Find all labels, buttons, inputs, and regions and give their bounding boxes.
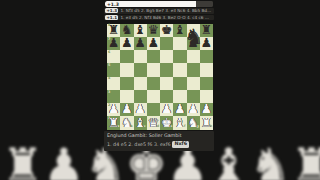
- square-c7[interactable]: ♟: [134, 37, 147, 50]
- engine-line-eval: +1.1: [105, 15, 118, 20]
- played-moves[interactable]: 1. d4 e5 2. dxe5 f6 3. exf6: [107, 142, 170, 147]
- square-b5[interactable]: [120, 63, 133, 76]
- rank-label: 6: [108, 51, 110, 54]
- square-b4[interactable]: [120, 77, 133, 90]
- square-d7[interactable]: ♟: [147, 37, 160, 50]
- white-pawn-piece[interactable]: ♟: [161, 103, 172, 116]
- square-a7[interactable]: 7♟: [107, 37, 120, 50]
- square-c4[interactable]: [134, 77, 147, 90]
- square-f6[interactable]: [173, 50, 186, 63]
- white-bishop-piece[interactable]: ♝: [174, 117, 185, 130]
- white-pawn-piece[interactable]: ♟: [201, 103, 212, 116]
- eval-bar-black-portion: [196, 1, 213, 7]
- engine-line-moves: 1. Nf3 d5 2. Bg5 Be7 3. e3 Nc6 4. Bb5 Bd…: [120, 8, 213, 13]
- engine-line-eval: +1.3: [105, 8, 118, 13]
- engine-line-2[interactable]: +1.11. e3 d5 2. Nf3 Bd6 3. Be2 O-O 4. c4…: [104, 15, 214, 21]
- square-h6[interactable]: [200, 50, 213, 63]
- square-e4[interactable]: [160, 77, 173, 90]
- white-king-piece[interactable]: ♚: [161, 117, 172, 130]
- chess-board[interactable]: 8♜♞♝♛♚♝♞♜7♟♟♟♟♟♟65432♟♟♟♟♟♟♟1a♜b♞c♝d♛e♚f…: [107, 24, 213, 130]
- square-c1[interactable]: c♝: [134, 116, 147, 129]
- white-rook-piece[interactable]: ♜: [201, 117, 212, 130]
- square-g6[interactable]: [187, 50, 200, 63]
- animating-knight-piece[interactable]: ♞: [185, 27, 204, 48]
- square-e8[interactable]: ♚: [160, 24, 173, 37]
- rank-label: 4: [108, 77, 110, 80]
- opening-name: Englund Gambit: Soller Gambit: [107, 133, 211, 138]
- square-f1[interactable]: f♝: [173, 116, 186, 129]
- black-king-piece[interactable]: ♚: [161, 24, 172, 37]
- square-g1[interactable]: g♞: [187, 116, 200, 129]
- square-f5[interactable]: [173, 63, 186, 76]
- square-a4[interactable]: 4: [107, 77, 120, 90]
- white-pawn-piece[interactable]: ♟: [174, 103, 185, 116]
- white-bishop-piece[interactable]: ♝: [135, 117, 146, 130]
- square-g5[interactable]: [187, 63, 200, 76]
- square-d5[interactable]: [147, 63, 160, 76]
- square-h5[interactable]: [200, 63, 213, 76]
- square-g8[interactable]: ♞: [187, 24, 200, 37]
- square-h1[interactable]: h♜: [200, 116, 213, 129]
- square-d3[interactable]: [147, 90, 160, 103]
- white-queen-piece[interactable]: ♛: [148, 117, 159, 130]
- square-h4[interactable]: [200, 77, 213, 90]
- white-pawn-piece[interactable]: ♟: [121, 103, 132, 116]
- square-c5[interactable]: [134, 63, 147, 76]
- square-a5[interactable]: 5: [107, 63, 120, 76]
- current-move-badge[interactable]: Nxf6: [172, 141, 189, 148]
- square-g4[interactable]: [187, 77, 200, 90]
- eval-score: +1.3: [105, 2, 119, 7]
- square-a6[interactable]: 6: [107, 50, 120, 63]
- square-d6[interactable]: [147, 50, 160, 63]
- rank-label: 5: [108, 64, 110, 67]
- square-f4[interactable]: [173, 77, 186, 90]
- backdrop-piece-glyph: ♜: [2, 142, 43, 180]
- analysis-panel: +1.3 +1.31. Nf3 d5 2. Bg5 Be7 3. e3 Nc6 …: [104, 0, 214, 151]
- square-a1[interactable]: 1a♜: [107, 116, 120, 129]
- black-pawn-piece[interactable]: ♟: [121, 37, 132, 50]
- white-pawn-piece[interactable]: ♟: [135, 103, 146, 116]
- black-pawn-piece[interactable]: ♟: [148, 37, 159, 50]
- square-d4[interactable]: [147, 77, 160, 90]
- backdrop-piece-glyph: ♝: [208, 142, 249, 180]
- backdrop-piece-glyph: ♜: [291, 142, 320, 180]
- white-knight-piece[interactable]: ♞: [188, 117, 199, 130]
- square-e1[interactable]: e♚: [160, 116, 173, 129]
- white-rook-piece[interactable]: ♜: [108, 117, 119, 130]
- black-pawn-piece[interactable]: ♟: [108, 37, 119, 50]
- engine-lines: +1.31. Nf3 d5 2. Bg5 Be7 3. e3 Nc6 4. Bb…: [104, 8, 214, 20]
- square-b7[interactable]: ♟: [120, 37, 133, 50]
- black-pawn-piece[interactable]: ♟: [135, 37, 146, 50]
- square-d1[interactable]: d♛: [147, 116, 160, 129]
- engine-line-moves: 1. e3 d5 2. Nf3 Bd6 3. Be2 O-O 4. c4 c6 …: [120, 15, 213, 20]
- square-e7[interactable]: [160, 37, 173, 50]
- engine-line-1[interactable]: +1.31. Nf3 d5 2. Bg5 Be7 3. e3 Nc6 4. Bb…: [104, 8, 214, 14]
- backdrop-piece-glyph: ♟: [43, 142, 84, 180]
- opening-panel: Englund Gambit: Soller Gambit 1. d4 e5 2…: [104, 131, 214, 151]
- backdrop-piece-glyph: ♞: [250, 142, 291, 180]
- square-e5[interactable]: [160, 63, 173, 76]
- square-e6[interactable]: [160, 50, 173, 63]
- move-list: 1. d4 e5 2. dxe5 f6 3. exf6 Nxf6: [107, 141, 211, 148]
- eval-bar: +1.3: [105, 1, 213, 7]
- square-b1[interactable]: b♞: [120, 116, 133, 129]
- white-pawn-piece[interactable]: ♟: [188, 103, 199, 116]
- square-c6[interactable]: [134, 50, 147, 63]
- rank-label: 3: [108, 91, 110, 94]
- white-knight-piece[interactable]: ♞: [121, 117, 132, 130]
- square-b6[interactable]: [120, 50, 133, 63]
- white-pawn-piece[interactable]: ♟: [108, 103, 119, 116]
- eval-bar-white-portion: +1.3: [105, 1, 196, 7]
